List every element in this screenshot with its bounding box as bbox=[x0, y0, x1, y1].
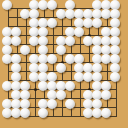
white-stone[interactable] bbox=[56, 63, 66, 73]
white-stone[interactable] bbox=[47, 18, 57, 28]
white-stone[interactable] bbox=[65, 81, 75, 91]
white-stone[interactable] bbox=[56, 90, 66, 100]
white-stone[interactable] bbox=[47, 54, 57, 64]
white-stone[interactable] bbox=[101, 108, 111, 118]
white-stone[interactable] bbox=[2, 0, 12, 10]
white-stone[interactable] bbox=[20, 108, 30, 118]
white-stone[interactable] bbox=[11, 36, 21, 46]
white-stone[interactable] bbox=[47, 99, 57, 109]
white-stone[interactable] bbox=[92, 18, 102, 28]
white-stone[interactable] bbox=[74, 27, 84, 37]
white-stone[interactable] bbox=[47, 0, 57, 10]
go-board[interactable] bbox=[0, 0, 128, 128]
white-stone[interactable] bbox=[65, 99, 75, 109]
white-stone[interactable] bbox=[56, 45, 66, 55]
white-stone[interactable] bbox=[20, 45, 30, 55]
white-stone[interactable] bbox=[38, 108, 48, 118]
screenshot-canvas bbox=[0, 0, 128, 128]
white-stone[interactable] bbox=[101, 90, 111, 100]
white-stone[interactable] bbox=[110, 72, 120, 82]
white-stone[interactable] bbox=[65, 36, 75, 46]
hoshi-point bbox=[34, 88, 37, 91]
